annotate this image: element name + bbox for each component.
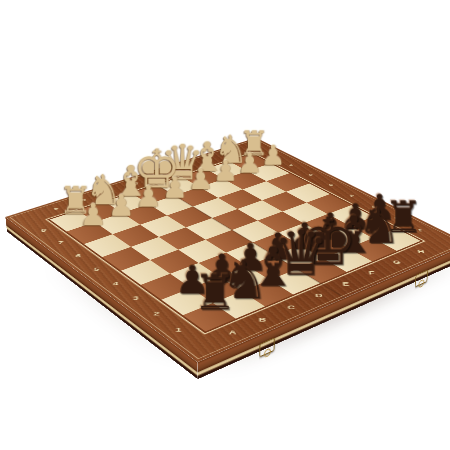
rank-label-2: 2 — [153, 311, 159, 316]
file-label-f: F — [368, 271, 375, 276]
file-label-far-a: A — [52, 207, 58, 210]
dark-rook[interactable]: ♜ — [192, 269, 235, 317]
rank-label-far-7: 7 — [289, 163, 293, 166]
product-photo: AABBCCDDEEFFGGHH1122334455667788♜♞♝♚♛♝♞♜… — [0, 0, 450, 450]
rank-label-7: 7 — [57, 241, 63, 245]
file-label-e: E — [342, 282, 349, 287]
light-pawn[interactable]: ♟ — [212, 157, 237, 185]
rank-label-4: 4 — [112, 281, 118, 286]
chess-board: AABBCCDDEEFFGGHH1122334455667788♜♞♝♚♛♝♞♜… — [5, 138, 450, 363]
file-label-h: H — [417, 250, 425, 255]
board-frame: AABBCCDDEEFFGGHH1122334455667788♜♞♝♚♛♝♞♜… — [5, 138, 450, 363]
file-label-a: A — [228, 330, 236, 336]
rank-label-far-5: 5 — [328, 183, 332, 186]
light-pawn[interactable]: ♟ — [187, 165, 213, 194]
rank-label-8: 8 — [40, 228, 46, 232]
light-pawn[interactable]: ♟ — [237, 150, 262, 178]
rank-label-5: 5 — [93, 267, 99, 272]
file-label-c: C — [287, 305, 295, 310]
light-pawn[interactable]: ♟ — [261, 142, 286, 169]
light-pawn[interactable]: ♟ — [135, 182, 161, 211]
file-label-d: D — [315, 293, 323, 298]
file-label-b: B — [258, 317, 266, 323]
rank-label-3: 3 — [132, 296, 138, 301]
rank-label-6: 6 — [75, 254, 81, 259]
file-label-g: G — [392, 260, 401, 265]
rank-label-far-6: 6 — [308, 173, 312, 176]
rank-label-1: 1 — [175, 327, 181, 333]
light-pawn[interactable]: ♟ — [107, 191, 134, 221]
light-pawn[interactable]: ♟ — [79, 200, 106, 230]
light-pawn[interactable]: ♟ — [162, 174, 188, 203]
